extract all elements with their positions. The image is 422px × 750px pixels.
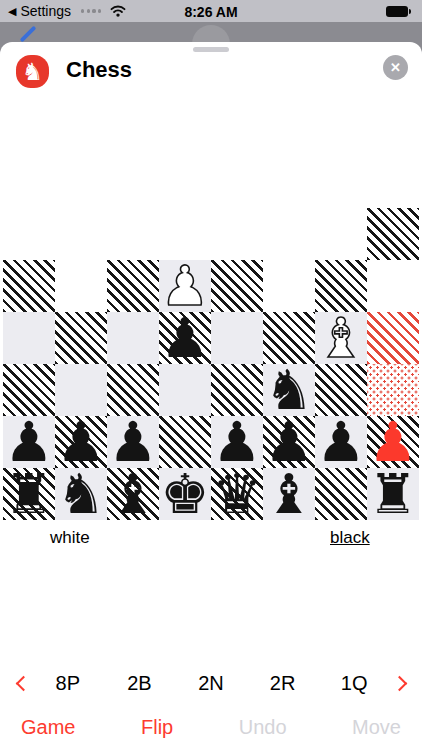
square-h6[interactable] <box>3 364 55 416</box>
black-queen: ♛ <box>212 468 261 520</box>
no-square <box>367 260 419 312</box>
piece-counts-bar: 8P 2B 2N 2R 1Q <box>0 666 422 700</box>
square-e5[interactable]: ♟ <box>159 312 211 364</box>
close-icon: ✕ <box>390 60 401 75</box>
square-d6[interactable] <box>211 364 263 416</box>
black-pawn: ♟ <box>212 416 261 468</box>
square-f8[interactable]: ♝ <box>107 468 159 520</box>
battery-icon <box>386 6 408 17</box>
chess-board: ♟♟♝♞♟♟♟♟♟♟♟♜♞♝♚♛♝♜ <box>3 208 419 520</box>
clock-time: 8:26 AM <box>0 4 422 20</box>
no-square <box>159 208 211 260</box>
no-square <box>55 208 107 260</box>
black-pawn: ♟ <box>108 416 157 468</box>
square-g8[interactable]: ♞ <box>55 468 107 520</box>
square-d7[interactable]: ♟ <box>211 416 263 468</box>
square-f6[interactable] <box>107 364 159 416</box>
black-bishop: ♝ <box>264 468 313 520</box>
square-c5[interactable] <box>263 312 315 364</box>
count-rooks[interactable]: 2R <box>247 672 319 695</box>
square-f4[interactable] <box>107 260 159 312</box>
square-e8[interactable]: ♚ <box>159 468 211 520</box>
knight-logo-icon: ♞ <box>22 60 44 84</box>
count-queens[interactable]: 1Q <box>318 672 390 695</box>
square-b7[interactable]: ♟ <box>315 416 367 468</box>
phone-screen: ◀ Settings 8:26 AM ♞ Chess ✕ <box>0 0 422 750</box>
black-bishop: ♝ <box>108 468 157 520</box>
square-d4[interactable] <box>211 260 263 312</box>
app-header: ♞ Chess ✕ <box>0 42 422 102</box>
no-square <box>3 208 55 260</box>
square-h4[interactable] <box>3 260 55 312</box>
no-square <box>211 208 263 260</box>
square-c6[interactable]: ♞ <box>263 364 315 416</box>
square-h5[interactable] <box>3 312 55 364</box>
black-pawn: ♟ <box>160 312 209 364</box>
square-a3[interactable] <box>367 208 419 260</box>
square-e4[interactable]: ♟ <box>159 260 211 312</box>
black-pawn: ♟ <box>56 416 105 468</box>
bottom-menu-bar: Game Flip Undo Move <box>0 710 422 744</box>
no-square <box>263 208 315 260</box>
black-knight: ♞ <box>56 468 105 520</box>
game-button[interactable]: Game <box>21 716 75 739</box>
white-pawn: ♟ <box>160 260 209 312</box>
square-c8[interactable]: ♝ <box>263 468 315 520</box>
square-e6[interactable] <box>159 364 211 416</box>
app-title: Chess <box>66 57 132 83</box>
square-b8[interactable] <box>315 468 367 520</box>
square-a6[interactable] <box>367 364 419 416</box>
square-h7[interactable]: ♟ <box>3 416 55 468</box>
square-d5[interactable] <box>211 312 263 364</box>
chevron-left-icon[interactable] <box>10 672 32 694</box>
square-b5[interactable]: ♝ <box>315 312 367 364</box>
square-a8[interactable]: ♜ <box>367 468 419 520</box>
no-square <box>315 208 367 260</box>
no-square <box>107 208 159 260</box>
black-pawn: ♟ <box>264 416 313 468</box>
square-b4[interactable] <box>315 260 367 312</box>
square-a7[interactable]: ♟ <box>367 416 419 468</box>
white-player-label[interactable]: white <box>50 528 90 548</box>
black-king: ♚ <box>160 468 209 520</box>
black-pawn: ♟ <box>316 416 365 468</box>
black-rook: ♜ <box>4 468 53 520</box>
white-bishop: ♝ <box>316 312 365 364</box>
square-a5[interactable] <box>367 312 419 364</box>
square-h8[interactable]: ♜ <box>3 468 55 520</box>
close-button[interactable]: ✕ <box>383 55 408 80</box>
chess-app-sheet: ♞ Chess ✕ ♟♟♝♞♟♟♟♟♟♟♟♜♞♝♚♛♝♜ white black… <box>0 42 422 750</box>
square-d8[interactable]: ♛ <box>211 468 263 520</box>
count-knights[interactable]: 2N <box>175 672 247 695</box>
flip-button[interactable]: Flip <box>141 716 173 739</box>
square-b6[interactable] <box>315 364 367 416</box>
chess-app-logo: ♞ <box>16 55 49 88</box>
square-g5[interactable] <box>55 312 107 364</box>
status-bar: ◀ Settings 8:26 AM <box>0 0 422 22</box>
count-pawns[interactable]: 8P <box>32 672 104 695</box>
black-knight: ♞ <box>264 364 313 416</box>
chevron-right-icon[interactable] <box>390 672 412 694</box>
black-player-label[interactable]: black <box>330 528 370 548</box>
black-pawn: ♟ <box>4 416 53 468</box>
square-c7[interactable]: ♟ <box>263 416 315 468</box>
square-f5[interactable] <box>107 312 159 364</box>
black-rook: ♜ <box>368 468 417 520</box>
selected-black-pawn: ♟ <box>368 416 417 468</box>
no-square <box>55 260 107 312</box>
no-square <box>263 260 315 312</box>
square-g6[interactable] <box>55 364 107 416</box>
move-button[interactable]: Move <box>352 716 401 739</box>
square-f7[interactable]: ♟ <box>107 416 159 468</box>
square-g7[interactable]: ♟ <box>55 416 107 468</box>
undo-button[interactable]: Undo <box>239 716 287 739</box>
count-bishops[interactable]: 2B <box>104 672 176 695</box>
square-e7[interactable] <box>159 416 211 468</box>
